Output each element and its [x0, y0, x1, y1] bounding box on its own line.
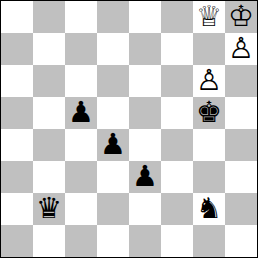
square-c8[interactable] — [65, 1, 97, 33]
square-a8[interactable] — [1, 1, 33, 33]
square-g6[interactable]: ♙ — [193, 65, 225, 97]
square-e5[interactable] — [129, 97, 161, 129]
white-king-piece[interactable]: ♔ — [228, 2, 254, 31]
square-c6[interactable] — [65, 65, 97, 97]
square-c1[interactable] — [65, 225, 97, 257]
black-knight-piece[interactable]: ♞ — [196, 194, 222, 223]
square-g3[interactable] — [193, 161, 225, 193]
chess-board-frame: ♕♔♙♙♟♚♟♟♛♞ — [0, 0, 258, 258]
black-queen-piece[interactable]: ♛ — [36, 194, 62, 223]
square-f1[interactable] — [161, 225, 193, 257]
square-f5[interactable] — [161, 97, 193, 129]
square-b8[interactable] — [33, 1, 65, 33]
square-c5[interactable]: ♟ — [65, 97, 97, 129]
square-b2[interactable]: ♛ — [33, 193, 65, 225]
white-pawn-piece[interactable]: ♙ — [196, 66, 222, 95]
square-h3[interactable] — [225, 161, 257, 193]
square-b4[interactable] — [33, 129, 65, 161]
square-h7[interactable]: ♙ — [225, 33, 257, 65]
square-a5[interactable] — [1, 97, 33, 129]
square-f2[interactable] — [161, 193, 193, 225]
square-f8[interactable] — [161, 1, 193, 33]
square-a1[interactable] — [1, 225, 33, 257]
square-a6[interactable] — [1, 65, 33, 97]
square-d5[interactable] — [97, 97, 129, 129]
square-h1[interactable] — [225, 225, 257, 257]
square-f6[interactable] — [161, 65, 193, 97]
square-b1[interactable] — [33, 225, 65, 257]
square-g8[interactable]: ♕ — [193, 1, 225, 33]
square-e3[interactable]: ♟ — [129, 161, 161, 193]
square-e2[interactable] — [129, 193, 161, 225]
square-b6[interactable] — [33, 65, 65, 97]
square-h6[interactable] — [225, 65, 257, 97]
square-d4[interactable]: ♟ — [97, 129, 129, 161]
square-h2[interactable] — [225, 193, 257, 225]
square-d6[interactable] — [97, 65, 129, 97]
square-h4[interactable] — [225, 129, 257, 161]
square-f3[interactable] — [161, 161, 193, 193]
square-f4[interactable] — [161, 129, 193, 161]
square-d8[interactable] — [97, 1, 129, 33]
chess-board: ♕♔♙♙♟♚♟♟♛♞ — [1, 1, 257, 257]
square-e8[interactable] — [129, 1, 161, 33]
square-a4[interactable] — [1, 129, 33, 161]
square-f7[interactable] — [161, 33, 193, 65]
square-a2[interactable] — [1, 193, 33, 225]
square-d3[interactable] — [97, 161, 129, 193]
square-c3[interactable] — [65, 161, 97, 193]
square-e4[interactable] — [129, 129, 161, 161]
square-g5[interactable]: ♚ — [193, 97, 225, 129]
square-b7[interactable] — [33, 33, 65, 65]
square-e6[interactable] — [129, 65, 161, 97]
square-g2[interactable]: ♞ — [193, 193, 225, 225]
square-e1[interactable] — [129, 225, 161, 257]
black-king-piece[interactable]: ♚ — [196, 98, 222, 127]
square-c2[interactable] — [65, 193, 97, 225]
square-h8[interactable]: ♔ — [225, 1, 257, 33]
square-e7[interactable] — [129, 33, 161, 65]
white-queen-piece[interactable]: ♕ — [196, 2, 222, 31]
square-h5[interactable] — [225, 97, 257, 129]
black-pawn-piece[interactable]: ♟ — [68, 98, 94, 127]
square-a3[interactable] — [1, 161, 33, 193]
square-c7[interactable] — [65, 33, 97, 65]
square-g4[interactable] — [193, 129, 225, 161]
square-d1[interactable] — [97, 225, 129, 257]
black-pawn-piece[interactable]: ♟ — [132, 162, 158, 191]
square-g1[interactable] — [193, 225, 225, 257]
square-g7[interactable] — [193, 33, 225, 65]
square-b3[interactable] — [33, 161, 65, 193]
square-d2[interactable] — [97, 193, 129, 225]
square-c4[interactable] — [65, 129, 97, 161]
square-a7[interactable] — [1, 33, 33, 65]
square-d7[interactable] — [97, 33, 129, 65]
square-b5[interactable] — [33, 97, 65, 129]
white-pawn-piece[interactable]: ♙ — [228, 34, 254, 63]
black-pawn-piece[interactable]: ♟ — [100, 130, 126, 159]
